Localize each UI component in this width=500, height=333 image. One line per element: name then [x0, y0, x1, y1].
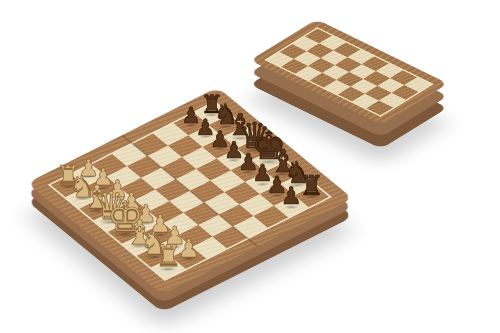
box-lid-inlay-border [264, 27, 434, 117]
product-photo-scene: ♜♞♝♛♚♝♞♜♟♟♟♟♟♟♟♟♟♟♟♟♟♟♟♟♜♞♝♛♚♝♞♜ [0, 0, 500, 333]
chess-board [27, 88, 353, 295]
folded-chess-box [250, 19, 448, 124]
box-checker-grid [266, 29, 430, 116]
